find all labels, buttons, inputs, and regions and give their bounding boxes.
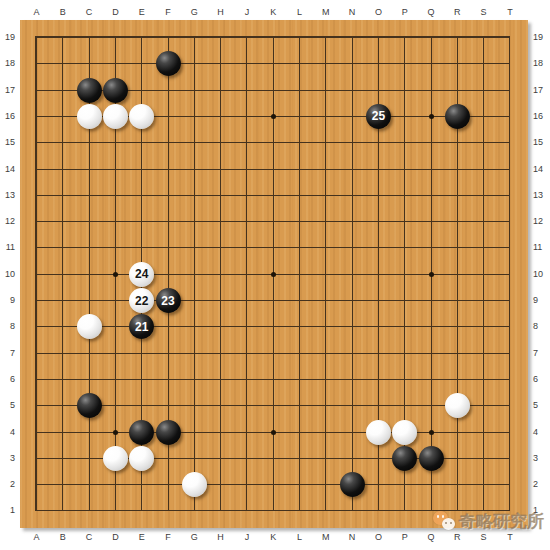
grid-line-horizontal [36,326,510,327]
coordinate-label-top: M [316,7,336,18]
coordinate-label-bottom: M [316,532,336,543]
stone-white [103,446,128,471]
coordinate-label-left: 11 [0,242,15,253]
coordinate-label-left: 8 [0,321,15,332]
wechat-icon [431,508,457,534]
coordinate-label-left: 9 [0,295,15,306]
watermark: 奇略研究所 [431,508,544,534]
stone-white [182,472,207,497]
coordinate-label-top: T [500,7,520,18]
coordinate-label-right: 12 [533,216,548,227]
stone-black [156,51,181,76]
coordinate-label-bottom: D [105,532,125,543]
coordinate-label-right: 15 [533,137,548,148]
grid-line-horizontal [36,379,510,380]
coordinate-label-bottom: L [290,532,310,543]
stone-black [77,393,102,418]
coordinate-label-left: 2 [0,479,15,490]
grid-line-horizontal [36,353,510,354]
coordinate-label-top: E [132,7,152,18]
coordinate-label-top: G [184,7,204,18]
stone-white [77,104,102,129]
coordinate-label-left: 17 [0,85,15,96]
stone-white [445,393,470,418]
coordinate-label-left: 13 [0,190,15,201]
coordinate-label-left: 19 [0,32,15,43]
stone-white [103,104,128,129]
coordinate-label-right: 11 [533,242,548,253]
stone-black [392,446,417,471]
coordinate-label-right: 17 [533,85,548,96]
stone-black [445,104,470,129]
move-number: 22 [135,295,148,307]
star-point [429,430,434,435]
star-point [271,114,276,119]
coordinate-label-right: 10 [533,269,548,280]
coordinate-label-bottom: C [79,532,99,543]
coordinate-label-top: O [368,7,388,18]
stone-black [340,472,365,497]
grid-line-horizontal [36,405,510,406]
stone-black [419,446,444,471]
coordinate-label-top: P [395,7,415,18]
coordinate-label-right: 18 [533,58,548,69]
coordinate-label-bottom: H [211,532,231,543]
coordinate-label-bottom: P [395,532,415,543]
coordinate-label-top: R [447,7,467,18]
move-number: 23 [161,295,174,307]
coordinate-label-right: 6 [533,374,548,385]
coordinate-label-right: 3 [533,453,548,464]
coordinate-label-right: 14 [533,164,548,175]
coordinate-label-right: 5 [533,400,548,411]
star-point [113,430,118,435]
coordinate-label-right: 4 [533,427,548,438]
coordinate-label-top: J [237,7,257,18]
coordinate-label-bottom: N [342,532,362,543]
stone-black [129,420,154,445]
coordinate-label-left: 14 [0,164,15,175]
coordinate-label-left: 4 [0,427,15,438]
coordinate-label-bottom: K [263,532,283,543]
watermark-text: 奇略研究所 [459,510,544,533]
coordinate-label-bottom: J [237,532,257,543]
stone-white [129,446,154,471]
coordinate-label-left: 15 [0,137,15,148]
coordinate-label-bottom: F [158,532,178,543]
coordinate-label-right: 7 [533,348,548,359]
coordinate-label-right: 13 [533,190,548,201]
move-number: 21 [135,321,148,333]
stone-white-move-24: 24 [129,262,154,287]
coordinate-label-left: 10 [0,269,15,280]
coordinate-label-right: 19 [533,32,548,43]
stone-black-move-25: 25 [366,104,391,129]
coordinate-label-top: B [53,7,73,18]
stone-black [77,78,102,103]
grid-line-vertical [325,37,326,511]
grid-line-vertical [352,37,353,511]
coordinate-label-left: 3 [0,453,15,464]
coordinate-label-top: H [211,7,231,18]
move-number: 24 [135,268,148,280]
coordinate-label-left: 5 [0,400,15,411]
coordinate-label-right: 16 [533,111,548,122]
coordinate-label-right: 8 [533,321,548,332]
wechat-bubble-small [442,518,455,530]
go-diagram: AABBCCDDEEFFGGHHJJKKLLMMNNOOPPQQRRSSTT19… [0,0,550,550]
stone-white [392,420,417,445]
coordinate-label-left: 6 [0,374,15,385]
stone-white [129,104,154,129]
stone-white [77,314,102,339]
move-number: 25 [372,110,385,122]
coordinate-label-top: C [79,7,99,18]
coordinate-label-top: L [290,7,310,18]
stone-black [103,78,128,103]
stone-black [156,420,181,445]
grid-line-horizontal [36,300,510,301]
coordinate-label-top: A [27,7,47,18]
coordinate-label-right: 2 [533,479,548,490]
coordinate-label-bottom: A [27,532,47,543]
grid-line-vertical [483,37,484,511]
stone-white [366,420,391,445]
coordinate-label-left: 7 [0,348,15,359]
coordinate-label-left: 16 [0,111,15,122]
coordinate-label-bottom: G [184,532,204,543]
star-point [113,272,118,277]
coordinate-label-bottom: O [368,532,388,543]
star-point [271,430,276,435]
coordinate-label-top: N [342,7,362,18]
star-point [429,272,434,277]
grid-line-vertical [509,37,510,511]
coordinate-label-bottom: E [132,532,152,543]
coordinate-label-top: D [105,7,125,18]
star-point [429,114,434,119]
stone-black-move-23: 23 [156,288,181,313]
coordinate-label-top: S [474,7,494,18]
star-point [271,272,276,277]
coordinate-label-top: Q [421,7,441,18]
grid-line-vertical [299,37,300,511]
coordinate-label-top: K [263,7,283,18]
coordinate-label-right: 9 [533,295,548,306]
coordinate-label-left: 12 [0,216,15,227]
coordinate-label-left: 1 [0,505,15,516]
coordinate-label-left: 18 [0,58,15,69]
coordinate-label-top: F [158,7,178,18]
coordinate-label-bottom: B [53,532,73,543]
grid-line-horizontal [36,484,510,485]
